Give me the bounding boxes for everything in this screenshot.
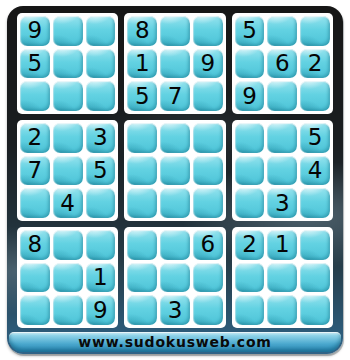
cell-r5c9[interactable]: 4 — [300, 156, 330, 186]
cell-r2c1[interactable]: 5 — [20, 49, 50, 79]
cell-r8c5[interactable] — [160, 263, 190, 293]
cell-r1c9[interactable] — [300, 16, 330, 46]
cell-r2c9[interactable]: 2 — [300, 49, 330, 79]
cell-r2c8[interactable]: 6 — [267, 49, 297, 79]
board-frame: 95819575629237545438196321 www.sudokuswe… — [7, 6, 343, 354]
cell-r5c1[interactable]: 7 — [20, 156, 50, 186]
cell-r6c3[interactable] — [86, 188, 116, 218]
cell-r8c7[interactable] — [235, 263, 265, 293]
cell-r3c3[interactable] — [86, 81, 116, 111]
cell-r1c6[interactable] — [193, 16, 223, 46]
cell-r4c8[interactable] — [267, 123, 297, 153]
cell-r4c9[interactable]: 5 — [300, 123, 330, 153]
cell-r1c3[interactable] — [86, 16, 116, 46]
cell-r7c5[interactable] — [160, 230, 190, 260]
cell-r6c1[interactable] — [20, 188, 50, 218]
cell-r7c9[interactable] — [300, 230, 330, 260]
cell-r9c3[interactable]: 9 — [86, 295, 116, 325]
cell-r9c6[interactable] — [193, 295, 223, 325]
cell-r2c7[interactable] — [235, 49, 265, 79]
cell-r9c5[interactable]: 3 — [160, 295, 190, 325]
cell-r6c6[interactable] — [193, 188, 223, 218]
cell-r9c7[interactable] — [235, 295, 265, 325]
cell-r6c4[interactable] — [127, 188, 157, 218]
cell-r7c4[interactable] — [127, 230, 157, 260]
cell-r6c7[interactable] — [235, 188, 265, 218]
cell-r5c6[interactable] — [193, 156, 223, 186]
box-r1c3: 5629 — [232, 13, 333, 114]
cell-r5c4[interactable] — [127, 156, 157, 186]
box-r2c1: 23754 — [17, 120, 118, 221]
footer-bar: www.sudokusweb.com — [9, 332, 341, 352]
cell-r9c8[interactable] — [267, 295, 297, 325]
cell-r2c2[interactable] — [53, 49, 83, 79]
cell-r9c4[interactable] — [127, 295, 157, 325]
cell-r1c7[interactable]: 5 — [235, 16, 265, 46]
cell-r2c3[interactable] — [86, 49, 116, 79]
box-r3c2: 63 — [124, 227, 225, 328]
cell-r8c2[interactable] — [53, 263, 83, 293]
cell-r2c4[interactable]: 1 — [127, 49, 157, 79]
box-r3c3: 21 — [232, 227, 333, 328]
cell-r3c7[interactable]: 9 — [235, 81, 265, 111]
box-r3c1: 819 — [17, 227, 118, 328]
cell-r7c7[interactable]: 2 — [235, 230, 265, 260]
cell-r4c6[interactable] — [193, 123, 223, 153]
cell-r3c6[interactable] — [193, 81, 223, 111]
cell-r6c5[interactable] — [160, 188, 190, 218]
cell-r7c8[interactable]: 1 — [267, 230, 297, 260]
sudoku-grid: 95819575629237545438196321 — [17, 13, 333, 328]
cell-r5c8[interactable] — [267, 156, 297, 186]
cell-r1c2[interactable] — [53, 16, 83, 46]
cell-r4c3[interactable]: 3 — [86, 123, 116, 153]
cell-r9c2[interactable] — [53, 295, 83, 325]
box-r1c2: 81957 — [124, 13, 225, 114]
cell-r4c4[interactable] — [127, 123, 157, 153]
cell-r7c6[interactable]: 6 — [193, 230, 223, 260]
cell-r1c4[interactable]: 8 — [127, 16, 157, 46]
cell-r4c5[interactable] — [160, 123, 190, 153]
cell-r4c7[interactable] — [235, 123, 265, 153]
cell-r3c4[interactable]: 5 — [127, 81, 157, 111]
cell-r3c1[interactable] — [20, 81, 50, 111]
cell-r8c8[interactable] — [267, 263, 297, 293]
cell-r3c9[interactable] — [300, 81, 330, 111]
cell-r1c5[interactable] — [160, 16, 190, 46]
cell-r3c5[interactable]: 7 — [160, 81, 190, 111]
box-r2c3: 543 — [232, 120, 333, 221]
website-link[interactable]: www.sudokusweb.com — [78, 334, 271, 350]
cell-r1c8[interactable] — [267, 16, 297, 46]
box-r1c1: 95 — [17, 13, 118, 114]
cell-r3c8[interactable] — [267, 81, 297, 111]
cell-r2c6[interactable]: 9 — [193, 49, 223, 79]
cell-r1c1[interactable]: 9 — [20, 16, 50, 46]
cell-r7c1[interactable]: 8 — [20, 230, 50, 260]
cell-r9c9[interactable] — [300, 295, 330, 325]
cell-r8c3[interactable]: 1 — [86, 263, 116, 293]
cell-r5c5[interactable] — [160, 156, 190, 186]
cell-r8c1[interactable] — [20, 263, 50, 293]
cell-r7c2[interactable] — [53, 230, 83, 260]
cell-r3c2[interactable] — [53, 81, 83, 111]
cell-r6c2[interactable]: 4 — [53, 188, 83, 218]
cell-r4c2[interactable] — [53, 123, 83, 153]
cell-r5c3[interactable]: 5 — [86, 156, 116, 186]
cell-r6c8[interactable]: 3 — [267, 188, 297, 218]
cell-r6c9[interactable] — [300, 188, 330, 218]
box-r2c2 — [124, 120, 225, 221]
cell-r7c3[interactable] — [86, 230, 116, 260]
sudoku-board-image: 95819575629237545438196321 www.sudokuswe… — [0, 0, 350, 360]
cell-r4c1[interactable]: 2 — [20, 123, 50, 153]
cell-r2c5[interactable] — [160, 49, 190, 79]
cell-r5c7[interactable] — [235, 156, 265, 186]
cell-r8c6[interactable] — [193, 263, 223, 293]
cell-r9c1[interactable] — [20, 295, 50, 325]
cell-r8c9[interactable] — [300, 263, 330, 293]
cell-r5c2[interactable] — [53, 156, 83, 186]
cell-r8c4[interactable] — [127, 263, 157, 293]
